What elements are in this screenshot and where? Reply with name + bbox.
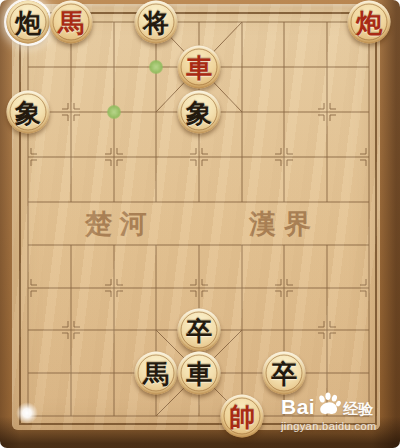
watermark-brand-text: Bai — [281, 396, 315, 417]
baidu-paw-icon — [316, 391, 342, 417]
xiangqi-app: 楚河 漢界 炮馬将炮車象象卒馬車卒帥 Bai 经验 jingyan.baidu.… — [0, 0, 400, 448]
baidu-jingyan-watermark: Bai 经验 jingyan.baidu.com — [281, 391, 376, 432]
effect-layer — [0, 0, 400, 448]
corner-spark — [16, 402, 38, 424]
watermark-brand-suffix: 经验 — [343, 401, 373, 416]
watermark-domain: jingyan.baidu.com — [281, 421, 376, 432]
